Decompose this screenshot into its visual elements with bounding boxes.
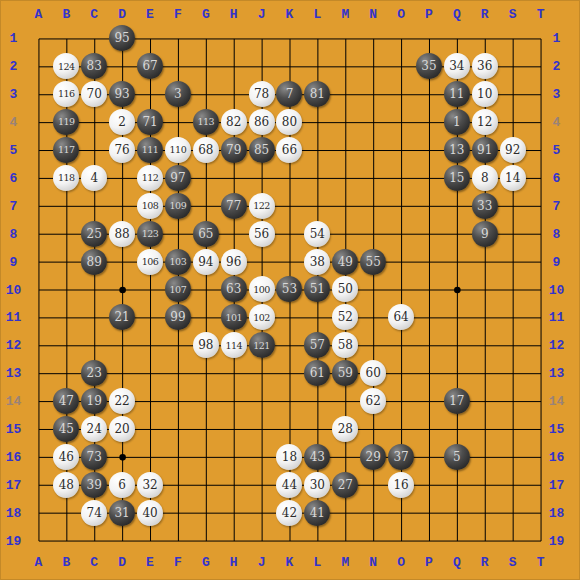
- intersection-L2[interactable]: [303, 52, 331, 80]
- intersection-O4[interactable]: [387, 108, 415, 136]
- intersection-Q6[interactable]: 15: [443, 164, 471, 192]
- intersection-J7[interactable]: 122: [248, 192, 276, 220]
- intersection-G8[interactable]: 65: [192, 220, 220, 248]
- intersection-K19[interactable]: [276, 527, 304, 555]
- intersection-D15[interactable]: 20: [108, 415, 136, 443]
- intersection-F11[interactable]: 99: [164, 303, 192, 331]
- intersection-L4[interactable]: [303, 108, 331, 136]
- intersection-G13[interactable]: [192, 359, 220, 387]
- intersection-F5[interactable]: 110: [164, 136, 192, 164]
- intersection-K6[interactable]: [276, 164, 304, 192]
- intersection-H1[interactable]: [220, 25, 248, 53]
- intersection-J9[interactable]: [248, 248, 276, 276]
- intersection-A2[interactable]: [25, 52, 53, 80]
- intersection-C11[interactable]: [80, 303, 108, 331]
- intersection-E19[interactable]: [136, 527, 164, 555]
- intersection-J10[interactable]: 100: [248, 276, 276, 304]
- intersection-B3[interactable]: 116: [52, 80, 80, 108]
- intersection-D3[interactable]: 93: [108, 80, 136, 108]
- intersection-R19[interactable]: [471, 527, 499, 555]
- intersection-S9[interactable]: [499, 248, 527, 276]
- intersection-A9[interactable]: [25, 248, 53, 276]
- intersection-N4[interactable]: [359, 108, 387, 136]
- intersection-K11[interactable]: [276, 303, 304, 331]
- intersection-L15[interactable]: [303, 415, 331, 443]
- intersection-O3[interactable]: [387, 80, 415, 108]
- intersection-R9[interactable]: [471, 248, 499, 276]
- intersection-Q14[interactable]: 17: [443, 387, 471, 415]
- intersection-B6[interactable]: 118: [52, 164, 80, 192]
- intersection-F12[interactable]: [164, 331, 192, 359]
- intersection-T5[interactable]: [527, 136, 555, 164]
- intersection-M9[interactable]: 49: [331, 248, 359, 276]
- intersection-B12[interactable]: [52, 331, 80, 359]
- intersection-O1[interactable]: [387, 25, 415, 53]
- intersection-R18[interactable]: [471, 499, 499, 527]
- intersection-P1[interactable]: [415, 25, 443, 53]
- intersection-F10[interactable]: 107: [164, 276, 192, 304]
- intersection-S5[interactable]: 92: [499, 136, 527, 164]
- intersection-N1[interactable]: [359, 25, 387, 53]
- intersection-C3[interactable]: 70: [80, 80, 108, 108]
- intersection-M19[interactable]: [331, 527, 359, 555]
- intersection-O14[interactable]: [387, 387, 415, 415]
- intersection-S19[interactable]: [499, 527, 527, 555]
- intersection-R7[interactable]: 33: [471, 192, 499, 220]
- intersection-Q13[interactable]: [443, 359, 471, 387]
- intersection-F2[interactable]: [164, 52, 192, 80]
- intersection-A19[interactable]: [25, 527, 53, 555]
- intersection-O2[interactable]: [387, 52, 415, 80]
- intersection-P4[interactable]: [415, 108, 443, 136]
- intersection-R14[interactable]: [471, 387, 499, 415]
- intersection-P7[interactable]: [415, 192, 443, 220]
- intersection-J6[interactable]: [248, 164, 276, 192]
- intersection-A12[interactable]: [25, 331, 53, 359]
- intersection-T3[interactable]: [527, 80, 555, 108]
- intersection-E6[interactable]: 112: [136, 164, 164, 192]
- intersection-S3[interactable]: [499, 80, 527, 108]
- intersection-E2[interactable]: 67: [136, 52, 164, 80]
- intersection-L7[interactable]: [303, 192, 331, 220]
- intersection-A4[interactable]: [25, 108, 53, 136]
- intersection-Q2[interactable]: 34: [443, 52, 471, 80]
- intersection-D16[interactable]: [108, 443, 136, 471]
- intersection-S6[interactable]: 14: [499, 164, 527, 192]
- intersection-M8[interactable]: [331, 220, 359, 248]
- intersection-H12[interactable]: 114: [220, 331, 248, 359]
- intersection-C5[interactable]: [80, 136, 108, 164]
- intersection-L19[interactable]: [303, 527, 331, 555]
- intersection-L11[interactable]: [303, 303, 331, 331]
- intersection-M6[interactable]: [331, 164, 359, 192]
- intersection-N12[interactable]: [359, 331, 387, 359]
- intersection-K1[interactable]: [276, 25, 304, 53]
- intersection-N6[interactable]: [359, 164, 387, 192]
- intersection-E16[interactable]: [136, 443, 164, 471]
- intersection-B19[interactable]: [52, 527, 80, 555]
- intersection-S1[interactable]: [499, 25, 527, 53]
- intersection-O16[interactable]: 37: [387, 443, 415, 471]
- intersection-B2[interactable]: 124: [52, 52, 80, 80]
- intersection-R11[interactable]: [471, 303, 499, 331]
- intersection-H4[interactable]: 82: [220, 108, 248, 136]
- intersection-H14[interactable]: [220, 387, 248, 415]
- intersection-M18[interactable]: [331, 499, 359, 527]
- intersection-D8[interactable]: 88: [108, 220, 136, 248]
- intersection-D13[interactable]: [108, 359, 136, 387]
- intersection-K13[interactable]: [276, 359, 304, 387]
- intersection-K7[interactable]: [276, 192, 304, 220]
- intersection-H6[interactable]: [220, 164, 248, 192]
- intersection-E12[interactable]: [136, 331, 164, 359]
- intersection-M1[interactable]: [331, 25, 359, 53]
- intersection-M11[interactable]: 52: [331, 303, 359, 331]
- intersection-G6[interactable]: [192, 164, 220, 192]
- intersection-O13[interactable]: [387, 359, 415, 387]
- intersection-J14[interactable]: [248, 387, 276, 415]
- intersection-N18[interactable]: [359, 499, 387, 527]
- intersection-E17[interactable]: 32: [136, 471, 164, 499]
- intersection-H8[interactable]: [220, 220, 248, 248]
- intersection-B9[interactable]: [52, 248, 80, 276]
- intersection-R12[interactable]: [471, 331, 499, 359]
- intersection-J3[interactable]: 78: [248, 80, 276, 108]
- intersection-O6[interactable]: [387, 164, 415, 192]
- intersection-F8[interactable]: [164, 220, 192, 248]
- intersection-P19[interactable]: [415, 527, 443, 555]
- intersection-A16[interactable]: [25, 443, 53, 471]
- intersection-Q17[interactable]: [443, 471, 471, 499]
- intersection-L10[interactable]: 51: [303, 276, 331, 304]
- intersection-P5[interactable]: [415, 136, 443, 164]
- intersection-J17[interactable]: [248, 471, 276, 499]
- intersection-L5[interactable]: [303, 136, 331, 164]
- intersection-A8[interactable]: [25, 220, 53, 248]
- intersection-H2[interactable]: [220, 52, 248, 80]
- intersection-A5[interactable]: [25, 136, 53, 164]
- intersection-F16[interactable]: [164, 443, 192, 471]
- intersection-L17[interactable]: 30: [303, 471, 331, 499]
- intersection-G5[interactable]: 68: [192, 136, 220, 164]
- intersection-B18[interactable]: [52, 499, 80, 527]
- intersection-L8[interactable]: 54: [303, 220, 331, 248]
- intersection-Q5[interactable]: 13: [443, 136, 471, 164]
- intersection-E15[interactable]: [136, 415, 164, 443]
- intersection-R16[interactable]: [471, 443, 499, 471]
- intersection-O10[interactable]: [387, 276, 415, 304]
- intersection-K3[interactable]: 7: [276, 80, 304, 108]
- intersection-O7[interactable]: [387, 192, 415, 220]
- intersection-H7[interactable]: 77: [220, 192, 248, 220]
- intersection-G15[interactable]: [192, 415, 220, 443]
- intersection-Q16[interactable]: 5: [443, 443, 471, 471]
- intersection-L18[interactable]: 41: [303, 499, 331, 527]
- intersection-S7[interactable]: [499, 192, 527, 220]
- intersection-O8[interactable]: [387, 220, 415, 248]
- intersection-L3[interactable]: 81: [303, 80, 331, 108]
- intersection-O9[interactable]: [387, 248, 415, 276]
- intersection-M15[interactable]: 28: [331, 415, 359, 443]
- intersection-P6[interactable]: [415, 164, 443, 192]
- intersection-A13[interactable]: [25, 359, 53, 387]
- intersection-H15[interactable]: [220, 415, 248, 443]
- intersection-N15[interactable]: [359, 415, 387, 443]
- intersection-T7[interactable]: [527, 192, 555, 220]
- intersection-M10[interactable]: 50: [331, 276, 359, 304]
- intersection-C12[interactable]: [80, 331, 108, 359]
- intersection-B11[interactable]: [52, 303, 80, 331]
- intersection-J15[interactable]: [248, 415, 276, 443]
- intersection-H3[interactable]: [220, 80, 248, 108]
- intersection-P11[interactable]: [415, 303, 443, 331]
- intersection-O19[interactable]: [387, 527, 415, 555]
- intersection-E13[interactable]: [136, 359, 164, 387]
- intersection-K2[interactable]: [276, 52, 304, 80]
- intersection-J16[interactable]: [248, 443, 276, 471]
- intersection-M17[interactable]: 27: [331, 471, 359, 499]
- intersection-Q8[interactable]: [443, 220, 471, 248]
- intersection-K9[interactable]: [276, 248, 304, 276]
- intersection-F6[interactable]: 97: [164, 164, 192, 192]
- intersection-H18[interactable]: [220, 499, 248, 527]
- intersection-T2[interactable]: [527, 52, 555, 80]
- intersection-F4[interactable]: [164, 108, 192, 136]
- intersection-A18[interactable]: [25, 499, 53, 527]
- intersection-S14[interactable]: [499, 387, 527, 415]
- intersection-S15[interactable]: [499, 415, 527, 443]
- intersection-N16[interactable]: 29: [359, 443, 387, 471]
- intersection-N5[interactable]: [359, 136, 387, 164]
- intersection-H16[interactable]: [220, 443, 248, 471]
- intersection-L14[interactable]: [303, 387, 331, 415]
- intersection-P2[interactable]: 35: [415, 52, 443, 80]
- intersection-L6[interactable]: [303, 164, 331, 192]
- intersection-G1[interactable]: [192, 25, 220, 53]
- intersection-G12[interactable]: 98: [192, 331, 220, 359]
- intersection-J1[interactable]: [248, 25, 276, 53]
- intersection-Q3[interactable]: 11: [443, 80, 471, 108]
- intersection-A6[interactable]: [25, 164, 53, 192]
- intersection-D18[interactable]: 31: [108, 499, 136, 527]
- intersection-B13[interactable]: [52, 359, 80, 387]
- intersection-J4[interactable]: 86: [248, 108, 276, 136]
- intersection-A1[interactable]: [25, 25, 53, 53]
- intersection-H13[interactable]: [220, 359, 248, 387]
- intersection-F17[interactable]: [164, 471, 192, 499]
- intersection-H5[interactable]: 79: [220, 136, 248, 164]
- intersection-C17[interactable]: 39: [80, 471, 108, 499]
- intersection-T8[interactable]: [527, 220, 555, 248]
- intersection-B10[interactable]: [52, 276, 80, 304]
- intersection-Q15[interactable]: [443, 415, 471, 443]
- intersection-R4[interactable]: 12: [471, 108, 499, 136]
- intersection-Q9[interactable]: [443, 248, 471, 276]
- intersection-K15[interactable]: [276, 415, 304, 443]
- intersection-K17[interactable]: 44: [276, 471, 304, 499]
- intersection-J8[interactable]: 56: [248, 220, 276, 248]
- intersection-K16[interactable]: 18: [276, 443, 304, 471]
- intersection-N10[interactable]: [359, 276, 387, 304]
- intersection-S10[interactable]: [499, 276, 527, 304]
- intersection-G17[interactable]: [192, 471, 220, 499]
- intersection-B15[interactable]: 45: [52, 415, 80, 443]
- intersection-R2[interactable]: 36: [471, 52, 499, 80]
- intersection-C9[interactable]: 89: [80, 248, 108, 276]
- intersection-D19[interactable]: [108, 527, 136, 555]
- intersection-J19[interactable]: [248, 527, 276, 555]
- intersection-P14[interactable]: [415, 387, 443, 415]
- intersection-C16[interactable]: 73: [80, 443, 108, 471]
- intersection-D17[interactable]: 6: [108, 471, 136, 499]
- intersection-A7[interactable]: [25, 192, 53, 220]
- intersection-E14[interactable]: [136, 387, 164, 415]
- intersection-O15[interactable]: [387, 415, 415, 443]
- intersection-Q10[interactable]: [443, 276, 471, 304]
- intersection-M2[interactable]: [331, 52, 359, 80]
- intersection-M16[interactable]: [331, 443, 359, 471]
- intersection-T6[interactable]: [527, 164, 555, 192]
- intersection-F7[interactable]: 109: [164, 192, 192, 220]
- intersection-G2[interactable]: [192, 52, 220, 80]
- intersection-G14[interactable]: [192, 387, 220, 415]
- intersection-D1[interactable]: 95: [108, 25, 136, 53]
- intersection-M13[interactable]: 59: [331, 359, 359, 387]
- intersection-D2[interactable]: [108, 52, 136, 80]
- intersection-E8[interactable]: 123: [136, 220, 164, 248]
- intersection-S2[interactable]: [499, 52, 527, 80]
- intersection-T4[interactable]: [527, 108, 555, 136]
- intersection-Q12[interactable]: [443, 331, 471, 359]
- intersection-R1[interactable]: [471, 25, 499, 53]
- intersection-T1[interactable]: [527, 25, 555, 53]
- intersection-J18[interactable]: [248, 499, 276, 527]
- intersection-T9[interactable]: [527, 248, 555, 276]
- intersection-P15[interactable]: [415, 415, 443, 443]
- intersection-P12[interactable]: [415, 331, 443, 359]
- intersection-S4[interactable]: [499, 108, 527, 136]
- intersection-E18[interactable]: 40: [136, 499, 164, 527]
- intersection-Q1[interactable]: [443, 25, 471, 53]
- intersection-G10[interactable]: [192, 276, 220, 304]
- intersection-O11[interactable]: 64: [387, 303, 415, 331]
- intersection-G16[interactable]: [192, 443, 220, 471]
- intersection-P9[interactable]: [415, 248, 443, 276]
- intersection-G7[interactable]: [192, 192, 220, 220]
- intersection-P10[interactable]: [415, 276, 443, 304]
- intersection-Q7[interactable]: [443, 192, 471, 220]
- intersection-E9[interactable]: 106: [136, 248, 164, 276]
- intersection-C4[interactable]: [80, 108, 108, 136]
- intersection-F3[interactable]: 3: [164, 80, 192, 108]
- intersection-L9[interactable]: 38: [303, 248, 331, 276]
- intersection-K12[interactable]: [276, 331, 304, 359]
- intersection-A3[interactable]: [25, 80, 53, 108]
- intersection-S16[interactable]: [499, 443, 527, 471]
- intersection-N14[interactable]: 62: [359, 387, 387, 415]
- intersection-K18[interactable]: 42: [276, 499, 304, 527]
- intersection-S13[interactable]: [499, 359, 527, 387]
- intersection-C13[interactable]: 23: [80, 359, 108, 387]
- intersection-D5[interactable]: 76: [108, 136, 136, 164]
- intersection-J11[interactable]: 102: [248, 303, 276, 331]
- intersection-N19[interactable]: [359, 527, 387, 555]
- intersection-C10[interactable]: [80, 276, 108, 304]
- intersection-K4[interactable]: 80: [276, 108, 304, 136]
- intersection-L12[interactable]: 57: [303, 331, 331, 359]
- intersection-G18[interactable]: [192, 499, 220, 527]
- intersection-M5[interactable]: [331, 136, 359, 164]
- intersection-D14[interactable]: 22: [108, 387, 136, 415]
- intersection-F1[interactable]: [164, 25, 192, 53]
- intersection-P13[interactable]: [415, 359, 443, 387]
- intersection-H11[interactable]: 101: [220, 303, 248, 331]
- intersection-B14[interactable]: 47: [52, 387, 80, 415]
- intersection-N2[interactable]: [359, 52, 387, 80]
- intersection-R17[interactable]: [471, 471, 499, 499]
- board-intersections[interactable]: 9512483673534361167093378781111011927111…: [25, 25, 555, 555]
- intersection-A14[interactable]: [25, 387, 53, 415]
- intersection-R10[interactable]: [471, 276, 499, 304]
- intersection-E7[interactable]: 108: [136, 192, 164, 220]
- intersection-N9[interactable]: 55: [359, 248, 387, 276]
- intersection-C15[interactable]: 24: [80, 415, 108, 443]
- intersection-F19[interactable]: [164, 527, 192, 555]
- intersection-Q4[interactable]: 1: [443, 108, 471, 136]
- intersection-C18[interactable]: 74: [80, 499, 108, 527]
- intersection-H10[interactable]: 63: [220, 276, 248, 304]
- intersection-M4[interactable]: [331, 108, 359, 136]
- intersection-O17[interactable]: 16: [387, 471, 415, 499]
- intersection-P16[interactable]: [415, 443, 443, 471]
- intersection-E5[interactable]: 111: [136, 136, 164, 164]
- intersection-H9[interactable]: 96: [220, 248, 248, 276]
- intersection-F14[interactable]: [164, 387, 192, 415]
- intersection-P18[interactable]: [415, 499, 443, 527]
- intersection-C1[interactable]: [80, 25, 108, 53]
- intersection-J12[interactable]: 121: [248, 331, 276, 359]
- intersection-R6[interactable]: 8: [471, 164, 499, 192]
- intersection-L13[interactable]: 61: [303, 359, 331, 387]
- intersection-N7[interactable]: [359, 192, 387, 220]
- intersection-P3[interactable]: [415, 80, 443, 108]
- intersection-A17[interactable]: [25, 471, 53, 499]
- intersection-R5[interactable]: 91: [471, 136, 499, 164]
- intersection-A11[interactable]: [25, 303, 53, 331]
- intersection-H17[interactable]: [220, 471, 248, 499]
- intersection-G4[interactable]: 113: [192, 108, 220, 136]
- intersection-F13[interactable]: [164, 359, 192, 387]
- intersection-J2[interactable]: [248, 52, 276, 80]
- intersection-B1[interactable]: [52, 25, 80, 53]
- intersection-G19[interactable]: [192, 527, 220, 555]
- intersection-A15[interactable]: [25, 415, 53, 443]
- intersection-E11[interactable]: [136, 303, 164, 331]
- intersection-N3[interactable]: [359, 80, 387, 108]
- intersection-C14[interactable]: 19: [80, 387, 108, 415]
- intersection-H19[interactable]: [220, 527, 248, 555]
- intersection-L16[interactable]: 43: [303, 443, 331, 471]
- intersection-E3[interactable]: [136, 80, 164, 108]
- intersection-R15[interactable]: [471, 415, 499, 443]
- intersection-O18[interactable]: [387, 499, 415, 527]
- intersection-N11[interactable]: [359, 303, 387, 331]
- intersection-O5[interactable]: [387, 136, 415, 164]
- intersection-M3[interactable]: [331, 80, 359, 108]
- intersection-A10[interactable]: [25, 276, 53, 304]
- intersection-R13[interactable]: [471, 359, 499, 387]
- intersection-D11[interactable]: 21: [108, 303, 136, 331]
